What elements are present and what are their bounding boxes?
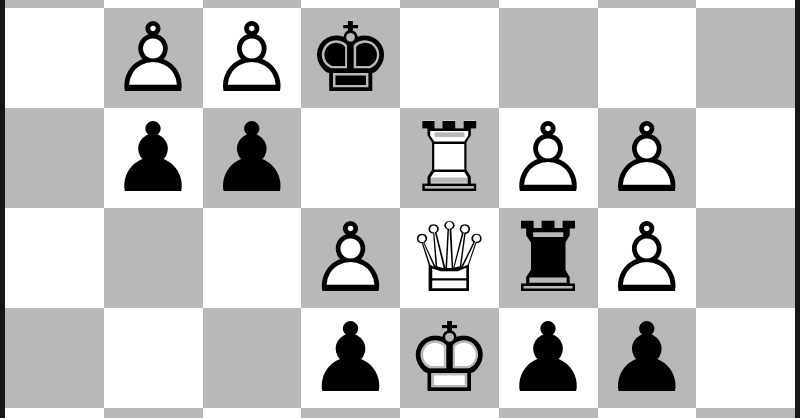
square-d3[interactable]: ♟ (301, 308, 400, 408)
black-rook-glyph: ♜ (505, 208, 591, 308)
square-c4[interactable] (203, 208, 302, 308)
white-pawn-outline: ♙ (209, 8, 295, 108)
square-e6[interactable] (400, 8, 499, 108)
black-rook-piece[interactable]: ♜ (505, 208, 591, 308)
white-rook-piece[interactable]: ♜♖ (406, 108, 492, 208)
square-d2[interactable] (301, 408, 400, 418)
square-e3[interactable]: ♚♔ (400, 308, 499, 408)
square-f3[interactable]: ♟ (499, 308, 598, 408)
white-pawn-piece[interactable]: ♟♙ (209, 8, 295, 108)
white-pawn-piece[interactable]: ♟♙ (308, 208, 394, 308)
square-a5[interactable] (5, 108, 104, 208)
square-f6[interactable] (499, 8, 598, 108)
square-a6[interactable] (5, 8, 104, 108)
square-e2[interactable] (400, 408, 499, 418)
square-c5[interactable]: ♟ (203, 108, 302, 208)
square-b2[interactable] (104, 408, 203, 418)
square-b6[interactable]: ♟♙ (104, 8, 203, 108)
square-f2[interactable] (499, 408, 598, 418)
white-pawn-piece[interactable]: ♟♙ (604, 208, 690, 308)
square-g7[interactable] (598, 0, 697, 8)
white-pawn-outline: ♙ (110, 8, 196, 108)
white-queen-outline: ♕ (406, 208, 492, 308)
square-b4[interactable] (104, 208, 203, 308)
square-b5[interactable]: ♟ (104, 108, 203, 208)
white-king-piece[interactable]: ♚♔ (406, 308, 492, 408)
white-rook-outline: ♖ (406, 108, 492, 208)
white-king-outline: ♔ (406, 308, 492, 408)
square-e7[interactable] (400, 0, 499, 8)
square-a3[interactable] (5, 308, 104, 408)
black-pawn-piece[interactable]: ♟ (209, 108, 295, 208)
white-pawn-piece[interactable]: ♟♙ (505, 108, 591, 208)
black-pawn-piece[interactable]: ♟ (604, 308, 690, 408)
black-pawn-piece[interactable]: ♟ (505, 308, 591, 408)
square-a2[interactable] (5, 408, 104, 418)
square-d4[interactable]: ♟♙ (301, 208, 400, 308)
square-e5[interactable]: ♜♖ (400, 108, 499, 208)
chess-board: ♟♙♟♙♚♟♟♜♖♟♙♟♙♟♙♛♕♜♟♙♟♚♔♟♟ (0, 0, 800, 418)
black-king-piece[interactable]: ♚ (308, 8, 394, 108)
white-pawn-outline: ♙ (604, 208, 690, 308)
square-a7[interactable] (5, 0, 104, 8)
black-king-glyph: ♚ (308, 8, 394, 108)
black-pawn-glyph: ♟ (505, 308, 591, 408)
white-pawn-piece[interactable]: ♟♙ (604, 108, 690, 208)
square-b3[interactable] (104, 308, 203, 408)
square-h7[interactable] (696, 0, 795, 8)
black-pawn-glyph: ♟ (308, 308, 394, 408)
chess-diagram: ♟♙♟♙♚♟♟♜♖♟♙♟♙♟♙♛♕♜♟♙♟♚♔♟♟ (0, 0, 800, 418)
square-h5[interactable] (696, 108, 795, 208)
square-g5[interactable]: ♟♙ (598, 108, 697, 208)
square-d5[interactable] (301, 108, 400, 208)
black-pawn-piece[interactable]: ♟ (308, 308, 394, 408)
white-pawn-outline: ♙ (505, 108, 591, 208)
square-f5[interactable]: ♟♙ (499, 108, 598, 208)
square-c2[interactable] (203, 408, 302, 418)
black-pawn-glyph: ♟ (209, 108, 295, 208)
white-queen-piece[interactable]: ♛♕ (406, 208, 492, 308)
square-h4[interactable] (696, 208, 795, 308)
square-e4[interactable]: ♛♕ (400, 208, 499, 308)
white-pawn-outline: ♙ (604, 108, 690, 208)
square-a4[interactable] (5, 208, 104, 308)
square-f7[interactable] (499, 0, 598, 8)
square-g2[interactable] (598, 408, 697, 418)
white-pawn-outline: ♙ (308, 208, 394, 308)
black-pawn-piece[interactable]: ♟ (110, 108, 196, 208)
square-g6[interactable] (598, 8, 697, 108)
black-pawn-glyph: ♟ (604, 308, 690, 408)
white-pawn-piece[interactable]: ♟♙ (110, 8, 196, 108)
square-d6[interactable]: ♚ (301, 8, 400, 108)
square-c6[interactable]: ♟♙ (203, 8, 302, 108)
black-pawn-glyph: ♟ (110, 108, 196, 208)
square-c3[interactable] (203, 308, 302, 408)
square-h3[interactable] (696, 308, 795, 408)
square-h2[interactable] (696, 408, 795, 418)
square-g3[interactable]: ♟ (598, 308, 697, 408)
square-f4[interactable]: ♜ (499, 208, 598, 308)
square-g4[interactable]: ♟♙ (598, 208, 697, 308)
square-h6[interactable] (696, 8, 795, 108)
